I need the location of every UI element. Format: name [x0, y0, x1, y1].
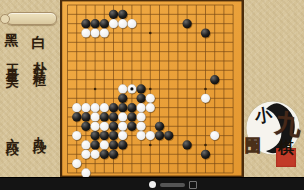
scroll-ribbon-decoration — [6, 12, 57, 25]
star-point — [204, 144, 207, 147]
stone-black — [91, 19, 100, 28]
stone-white — [72, 159, 81, 168]
stone-black — [100, 19, 109, 28]
stone-white — [201, 94, 210, 103]
stone-black — [109, 150, 118, 159]
stone-black — [137, 94, 146, 103]
stone-white — [127, 19, 136, 28]
stone-black — [72, 112, 81, 121]
stone-white — [137, 131, 146, 140]
video-player-bar[interactable] — [0, 177, 304, 190]
stone-white — [72, 103, 81, 112]
stone-white — [100, 122, 109, 131]
player-bar-badge[interactable] — [189, 181, 197, 189]
stone-black — [109, 122, 118, 131]
logo-char-qi: 棋 — [278, 140, 294, 156]
stone-white — [118, 84, 127, 93]
stone-white — [91, 112, 100, 121]
logo-char-jiu: 九 — [274, 110, 303, 139]
go-board-svg — [60, 0, 244, 178]
stone-white — [137, 122, 146, 131]
stone-black — [137, 84, 146, 93]
stone-white — [118, 131, 127, 140]
stone-black — [164, 131, 173, 140]
danmaku-toggle-icon[interactable] — [149, 181, 156, 188]
stone-white — [100, 28, 109, 37]
black-player-name: 王星昊 — [3, 53, 21, 71]
player-bar-text-illegible — [160, 183, 185, 187]
stone-black — [201, 150, 210, 159]
stone-black — [81, 112, 90, 121]
stone-black — [118, 140, 127, 149]
stone-white — [81, 103, 90, 112]
star-point — [149, 144, 152, 147]
stone-black — [127, 103, 136, 112]
stone-black — [100, 112, 109, 121]
board-edge-left — [60, 0, 62, 178]
stone-black — [100, 131, 109, 140]
last-move-marker — [130, 87, 133, 90]
stone-white — [118, 19, 127, 28]
white-player-rank: 九段 — [30, 125, 48, 135]
stone-black — [183, 140, 192, 149]
stone-black — [118, 94, 127, 103]
stone-white — [72, 131, 81, 140]
stone-white — [91, 122, 100, 131]
stone-white — [146, 131, 155, 140]
star-point — [94, 88, 97, 91]
stone-black — [155, 122, 164, 131]
stone-black — [183, 19, 192, 28]
stone-black — [155, 131, 164, 140]
logo-char-wei: 围 — [245, 138, 261, 154]
stone-white — [91, 28, 100, 37]
white-player-name: 朴廷桓 — [30, 51, 48, 69]
stone-white — [91, 150, 100, 159]
stone-black — [127, 112, 136, 121]
stone-black — [81, 122, 90, 131]
channel-logo: 小 九 围 棋 — [244, 98, 304, 178]
stone-white — [118, 122, 127, 131]
stone-black — [210, 75, 219, 84]
stone-black — [91, 131, 100, 140]
star-point — [149, 32, 152, 35]
stone-black — [201, 28, 210, 37]
logo-char-xiao: 小 — [254, 106, 273, 125]
black-player-rank: 六段 — [3, 127, 21, 137]
stone-white — [81, 150, 90, 159]
stone-white — [100, 103, 109, 112]
star-point — [204, 88, 207, 91]
stone-black — [109, 140, 118, 149]
stone-white — [137, 112, 146, 121]
stone-black — [127, 122, 136, 131]
stone-white — [81, 140, 90, 149]
stone-white — [91, 103, 100, 112]
stone-black — [118, 10, 127, 19]
star-point — [149, 88, 152, 91]
go-board — [60, 0, 244, 178]
stone-white — [118, 112, 127, 121]
stone-white — [100, 140, 109, 149]
stone-black — [109, 112, 118, 121]
stone-white — [146, 103, 155, 112]
stone-white — [137, 103, 146, 112]
stone-white — [146, 94, 155, 103]
stone-black — [91, 140, 100, 149]
stone-white — [81, 28, 90, 37]
video-frame: 白 朴廷桓 九段 黑 王星昊 六段 小 九 围 棋 — [0, 0, 304, 190]
stone-black — [81, 19, 90, 28]
stone-black — [109, 103, 118, 112]
board-edge-top — [60, 0, 244, 1]
stone-white — [109, 19, 118, 28]
stone-black — [100, 150, 109, 159]
stone-black — [109, 131, 118, 140]
stone-black — [109, 10, 118, 19]
stone-black — [118, 103, 127, 112]
stone-white — [210, 131, 219, 140]
